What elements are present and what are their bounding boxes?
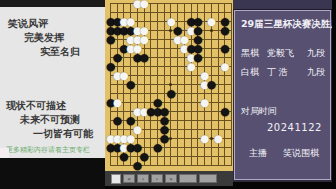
chat-panel: 笑说风评 完美发挥 实至名归 现状不可描述 未来不可预测 一切皆有可能 更多精彩…	[0, 7, 105, 158]
white-player-row: 白棋 丁 浩 九段	[241, 66, 330, 79]
chat-line: 一切皆有可能	[33, 127, 93, 141]
star-point	[210, 137, 213, 140]
nav-button[interactable]: »	[165, 174, 177, 183]
black-player-name: 党毅飞	[267, 47, 307, 60]
nav-button[interactable]: ‹	[137, 174, 149, 183]
nav-indicator-chip	[111, 174, 121, 184]
white-player-rank: 九段	[307, 66, 325, 79]
white-player-name: 丁 浩	[267, 66, 307, 79]
game-info-panel: 29届三星杯决赛决胜局 黑棋 党毅飞 九段 白棋 丁 浩 九段 对局时间 202…	[234, 10, 331, 180]
promo-text: 更多精彩内容请看主页专栏	[6, 145, 90, 155]
black-player-rank: 九段	[307, 47, 325, 60]
chat-avatar-chip	[0, 148, 9, 158]
left-panel-bottom-strip	[0, 158, 105, 189]
black-label: 黑棋	[241, 47, 267, 60]
star-point	[210, 29, 213, 32]
game-date-label: 对局时间	[241, 105, 330, 118]
left-panel-titlebar	[0, 0, 105, 7]
toolbar-button[interactable]	[179, 174, 197, 183]
go-board[interactable]: ●●●●●●●●●●●●●●●●●●●●●●●●●●●●●●●●●●●●●●●●…	[105, 0, 233, 171]
chat-line: 现状不可描述	[6, 99, 66, 113]
toolbar-button[interactable]	[199, 174, 217, 183]
chat-line: 笑说风评	[8, 17, 48, 31]
game-date-value: 20241122	[267, 122, 330, 133]
nav-button[interactable]: ›	[151, 174, 163, 183]
game-info-titlebar	[233, 0, 332, 10]
event-title: 29届三星杯决赛决胜局	[241, 18, 326, 31]
chat-line: 完美发挥	[24, 31, 64, 45]
board-bottom-strip	[105, 186, 233, 189]
right-panel-bottom-strip	[233, 182, 332, 189]
nav-toolbar: «‹›»	[105, 171, 233, 186]
chat-line: 实至名归	[40, 45, 80, 59]
chat-line: 未来不可预测	[20, 113, 80, 127]
board-area: ●●●●●●●●●●●●●●●●●●●●●●●●●●●●●●●●●●●●●●●●…	[105, 0, 233, 189]
host-name: 笑说围棋	[283, 147, 319, 160]
screen-right-edge	[332, 0, 336, 189]
host-label: 主播	[249, 147, 283, 160]
game-info-window: 29届三星杯决赛决胜局 黑棋 党毅飞 九段 白棋 丁 浩 九段 对局时间 202…	[233, 0, 332, 182]
black-player-row: 黑棋 党毅飞 九段	[241, 47, 330, 60]
nav-button[interactable]: «	[123, 174, 135, 183]
screen: 笑说风评 完美发挥 实至名归 现状不可描述 未来不可预测 一切皆有可能 更多精彩…	[0, 0, 336, 189]
host-row: 主播 笑说围棋	[249, 147, 330, 160]
white-label: 白棋	[241, 66, 267, 79]
